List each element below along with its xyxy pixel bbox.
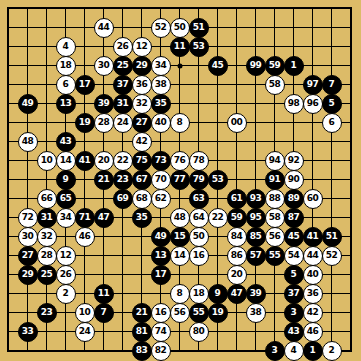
stone-black-19[interactable]: 19 bbox=[75, 113, 95, 133]
stone-black-11[interactable]: 11 bbox=[170, 37, 190, 57]
stone-white-26[interactable]: 26 bbox=[56, 265, 76, 285]
stone-black-45[interactable]: 45 bbox=[284, 227, 304, 247]
stone-white-52[interactable]: 52 bbox=[151, 18, 171, 38]
stone-white-44[interactable]: 44 bbox=[303, 246, 323, 266]
stone-black-39[interactable]: 39 bbox=[246, 284, 266, 304]
stone-black-1[interactable]: 1 bbox=[284, 56, 304, 76]
stone-black-31[interactable]: 31 bbox=[37, 208, 57, 228]
stone-white-84[interactable]: 84 bbox=[227, 227, 247, 247]
stone-white-60[interactable]: 60 bbox=[303, 189, 323, 209]
stone-black-47[interactable]: 47 bbox=[227, 284, 247, 304]
stone-black-29[interactable]: 29 bbox=[132, 56, 152, 76]
stone-white-58[interactable]: 58 bbox=[265, 75, 285, 95]
stone-white-32[interactable]: 32 bbox=[37, 227, 57, 247]
stone-white-50[interactable]: 50 bbox=[189, 227, 209, 247]
stone-black-91[interactable]: 91 bbox=[265, 170, 285, 190]
stone-black-7[interactable]: 7 bbox=[322, 75, 342, 95]
stone-black-53[interactable]: 53 bbox=[189, 37, 209, 57]
stone-black-31[interactable]: 31 bbox=[113, 94, 133, 114]
stone-black-29[interactable]: 29 bbox=[18, 265, 38, 285]
stone-white-28[interactable]: 28 bbox=[37, 246, 57, 266]
stone-black-5[interactable]: 5 bbox=[284, 265, 304, 285]
stone-white-88[interactable]: 88 bbox=[265, 189, 285, 209]
stone-white-20[interactable]: 20 bbox=[227, 265, 247, 285]
stone-white-78[interactable]: 78 bbox=[189, 151, 209, 171]
stone-white-8[interactable]: 8 bbox=[170, 284, 190, 304]
stone-white-30[interactable]: 30 bbox=[94, 56, 114, 76]
stone-white-86[interactable]: 86 bbox=[227, 246, 247, 266]
stone-white-16[interactable]: 16 bbox=[189, 246, 209, 266]
stone-black-25[interactable]: 25 bbox=[37, 265, 57, 285]
stone-black-9[interactable]: 9 bbox=[56, 170, 76, 190]
stone-black-1[interactable]: 1 bbox=[303, 341, 323, 361]
stone-white-40[interactable]: 40 bbox=[151, 113, 171, 133]
stone-white-28[interactable]: 28 bbox=[94, 113, 114, 133]
stone-black-49[interactable]: 49 bbox=[18, 94, 38, 114]
grid-line-vertical bbox=[331, 8, 332, 351]
stone-white-18[interactable]: 18 bbox=[189, 284, 209, 304]
stone-black-23[interactable]: 23 bbox=[113, 170, 133, 190]
stone-black-77[interactable]: 77 bbox=[170, 170, 190, 190]
stone-white-24[interactable]: 24 bbox=[113, 113, 133, 133]
stone-white-46[interactable]: 46 bbox=[303, 322, 323, 342]
stone-black-19[interactable]: 19 bbox=[208, 303, 228, 323]
stone-white-48[interactable]: 48 bbox=[18, 132, 38, 152]
stone-white-72[interactable]: 72 bbox=[18, 208, 38, 228]
stone-black-85[interactable]: 85 bbox=[246, 227, 266, 247]
stone-white-20[interactable]: 20 bbox=[94, 151, 114, 171]
stone-black-43[interactable]: 43 bbox=[56, 132, 76, 152]
stone-black-53[interactable]: 53 bbox=[208, 170, 228, 190]
stone-black-67[interactable]: 67 bbox=[132, 170, 152, 190]
stone-black-87[interactable]: 87 bbox=[284, 208, 304, 228]
stone-black-9[interactable]: 9 bbox=[208, 284, 228, 304]
stone-black-13[interactable]: 13 bbox=[56, 94, 76, 114]
stone-black-93[interactable]: 93 bbox=[246, 189, 266, 209]
stone-black-21[interactable]: 21 bbox=[132, 303, 152, 323]
stone-white-32[interactable]: 32 bbox=[132, 94, 152, 114]
stone-black-97[interactable]: 97 bbox=[303, 75, 323, 95]
stone-black-81[interactable]: 81 bbox=[132, 322, 152, 342]
stone-black-23[interactable]: 23 bbox=[37, 303, 57, 323]
stone-white-4[interactable]: 4 bbox=[56, 37, 76, 57]
stone-white-92[interactable]: 92 bbox=[284, 151, 304, 171]
stone-black-43[interactable]: 43 bbox=[284, 322, 304, 342]
stone-white-82[interactable]: 82 bbox=[151, 341, 171, 361]
stone-black-45[interactable]: 45 bbox=[208, 56, 228, 76]
stone-white-12[interactable]: 12 bbox=[132, 37, 152, 57]
stone-white-34[interactable]: 34 bbox=[56, 208, 76, 228]
stone-black-59[interactable]: 59 bbox=[265, 56, 285, 76]
stone-white-66[interactable]: 66 bbox=[37, 189, 57, 209]
stone-white-90[interactable]: 90 bbox=[284, 170, 304, 190]
stone-white-8[interactable]: 8 bbox=[170, 113, 190, 133]
stone-white-80[interactable]: 80 bbox=[189, 322, 209, 342]
stone-white-2[interactable]: 2 bbox=[56, 284, 76, 304]
stone-white-62[interactable]: 62 bbox=[151, 189, 171, 209]
stone-white-74[interactable]: 74 bbox=[151, 322, 171, 342]
stone-white-10[interactable]: 10 bbox=[37, 151, 57, 171]
stone-black-3[interactable]: 3 bbox=[284, 303, 304, 323]
stone-black-17[interactable]: 17 bbox=[151, 265, 171, 285]
stone-black-65[interactable]: 65 bbox=[56, 189, 76, 209]
stone-white-36[interactable]: 36 bbox=[132, 75, 152, 95]
stone-black-17[interactable]: 17 bbox=[75, 75, 95, 95]
stone-black-7[interactable]: 7 bbox=[94, 303, 114, 323]
stone-white-2[interactable]: 2 bbox=[322, 341, 342, 361]
stone-black-63[interactable]: 63 bbox=[189, 189, 209, 209]
stone-black-95[interactable]: 95 bbox=[246, 208, 266, 228]
stone-black-39[interactable]: 39 bbox=[94, 94, 114, 114]
stone-black-89[interactable]: 89 bbox=[284, 189, 304, 209]
stone-black-49[interactable]: 49 bbox=[151, 227, 171, 247]
stone-white-4[interactable]: 4 bbox=[284, 341, 304, 361]
stone-white-24[interactable]: 24 bbox=[75, 322, 95, 342]
stone-white-56[interactable]: 56 bbox=[265, 227, 285, 247]
stone-black-27[interactable]: 27 bbox=[18, 246, 38, 266]
stone-black-25[interactable]: 25 bbox=[113, 56, 133, 76]
stone-black-37[interactable]: 37 bbox=[284, 284, 304, 304]
stone-white-48[interactable]: 48 bbox=[170, 208, 190, 228]
stone-black-51[interactable]: 51 bbox=[322, 227, 342, 247]
stone-white-38[interactable]: 38 bbox=[246, 303, 266, 323]
stone-white-00[interactable]: 00 bbox=[227, 113, 247, 133]
stone-white-68[interactable]: 68 bbox=[132, 189, 152, 209]
stone-black-59[interactable]: 59 bbox=[227, 208, 247, 228]
stone-white-42[interactable]: 42 bbox=[303, 303, 323, 323]
star-point bbox=[177, 63, 182, 68]
go-board[interactable]: 4452505142612115318302529344599591617373… bbox=[0, 0, 361, 361]
stone-white-52[interactable]: 52 bbox=[322, 246, 342, 266]
stone-black-75[interactable]: 75 bbox=[132, 151, 152, 171]
stone-black-57[interactable]: 57 bbox=[246, 246, 266, 266]
stone-black-41[interactable]: 41 bbox=[303, 227, 323, 247]
stone-black-5[interactable]: 5 bbox=[322, 94, 342, 114]
stone-white-94[interactable]: 94 bbox=[265, 151, 285, 171]
stone-black-79[interactable]: 79 bbox=[189, 170, 209, 190]
stone-black-69[interactable]: 69 bbox=[113, 189, 133, 209]
grid-line-vertical bbox=[350, 8, 351, 351]
stone-white-36[interactable]: 36 bbox=[303, 284, 323, 304]
stone-black-11[interactable]: 11 bbox=[94, 284, 114, 304]
stone-white-40[interactable]: 40 bbox=[303, 265, 323, 285]
stone-white-38[interactable]: 38 bbox=[151, 75, 171, 95]
stone-black-55[interactable]: 55 bbox=[189, 303, 209, 323]
stone-white-64[interactable]: 64 bbox=[189, 208, 209, 228]
stone-white-56[interactable]: 56 bbox=[170, 303, 190, 323]
stone-white-76[interactable]: 76 bbox=[170, 151, 190, 171]
stone-black-33[interactable]: 33 bbox=[18, 322, 38, 342]
stone-white-14[interactable]: 14 bbox=[170, 246, 190, 266]
stone-white-98[interactable]: 98 bbox=[284, 94, 304, 114]
stone-white-26[interactable]: 26 bbox=[113, 37, 133, 57]
stone-white-46[interactable]: 46 bbox=[75, 227, 95, 247]
stone-black-35[interactable]: 35 bbox=[151, 94, 171, 114]
stone-black-99[interactable]: 99 bbox=[246, 56, 266, 76]
stone-white-70[interactable]: 70 bbox=[151, 170, 171, 190]
stone-white-6[interactable]: 6 bbox=[56, 75, 76, 95]
stone-black-37[interactable]: 37 bbox=[113, 75, 133, 95]
stone-black-35[interactable]: 35 bbox=[132, 208, 152, 228]
stone-black-3[interactable]: 3 bbox=[265, 341, 285, 361]
stone-white-50[interactable]: 50 bbox=[170, 18, 190, 38]
stone-black-41[interactable]: 41 bbox=[75, 151, 95, 171]
stone-white-22[interactable]: 22 bbox=[208, 208, 228, 228]
stone-white-34[interactable]: 34 bbox=[151, 56, 171, 76]
stone-white-18[interactable]: 18 bbox=[56, 56, 76, 76]
stone-black-51[interactable]: 51 bbox=[189, 18, 209, 38]
stone-white-58[interactable]: 58 bbox=[265, 208, 285, 228]
stone-white-42[interactable]: 42 bbox=[132, 132, 152, 152]
stone-white-30[interactable]: 30 bbox=[18, 227, 38, 247]
stone-white-96[interactable]: 96 bbox=[303, 94, 323, 114]
stone-white-14[interactable]: 14 bbox=[56, 151, 76, 171]
stone-black-21[interactable]: 21 bbox=[94, 170, 114, 190]
stone-white-44[interactable]: 44 bbox=[94, 18, 114, 38]
stone-black-55[interactable]: 55 bbox=[265, 246, 285, 266]
stone-white-12[interactable]: 12 bbox=[56, 246, 76, 266]
stone-white-54[interactable]: 54 bbox=[284, 246, 304, 266]
stone-black-83[interactable]: 83 bbox=[132, 341, 152, 361]
stone-white-16[interactable]: 16 bbox=[151, 303, 171, 323]
stone-black-13[interactable]: 13 bbox=[151, 246, 171, 266]
stone-black-61[interactable]: 61 bbox=[227, 189, 247, 209]
stone-black-71[interactable]: 71 bbox=[75, 208, 95, 228]
stone-black-47[interactable]: 47 bbox=[94, 208, 114, 228]
stone-black-73[interactable]: 73 bbox=[151, 151, 171, 171]
stone-white-6[interactable]: 6 bbox=[322, 113, 342, 133]
stone-black-15[interactable]: 15 bbox=[170, 227, 190, 247]
stone-white-22[interactable]: 22 bbox=[113, 151, 133, 171]
stone-black-27[interactable]: 27 bbox=[132, 113, 152, 133]
stone-white-10[interactable]: 10 bbox=[75, 303, 95, 323]
